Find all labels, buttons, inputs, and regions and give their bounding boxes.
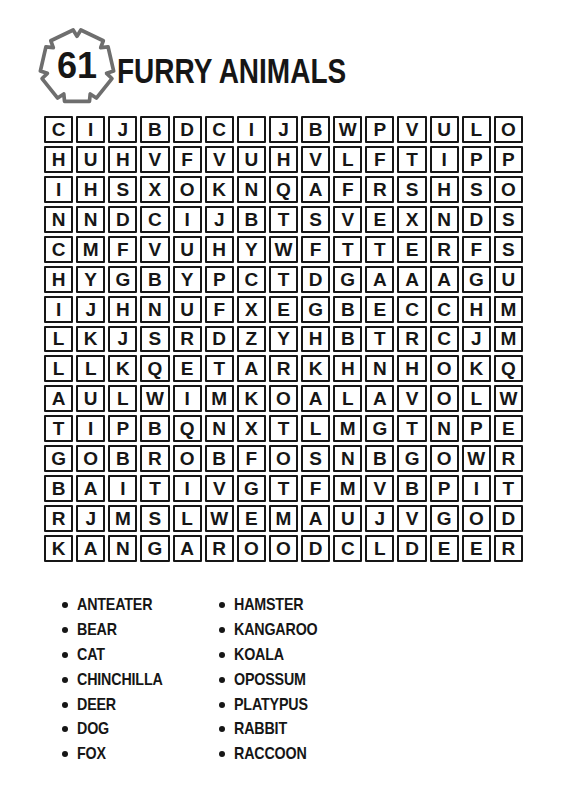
word-label: FOX (77, 744, 106, 764)
grid-cell[interactable]: D (301, 535, 330, 562)
bullet-icon (219, 726, 225, 732)
grid-cell[interactable]: V (397, 505, 426, 532)
bullet-icon (219, 602, 225, 608)
grid-cell[interactable]: B (44, 475, 73, 502)
bullet-icon (219, 751, 225, 757)
grid-cell[interactable]: F (333, 176, 362, 203)
grid-cell[interactable]: R (140, 445, 169, 472)
grid-cell[interactable]: T (333, 236, 362, 263)
grid-cell[interactable]: P (205, 266, 234, 293)
grid-cell[interactable]: L (333, 385, 362, 412)
grid-cell[interactable]: N (430, 415, 459, 442)
grid-cell[interactable]: W (494, 385, 523, 412)
grid-cell[interactable]: B (108, 445, 137, 472)
grid-cell[interactable]: B (333, 296, 362, 323)
grid-cell[interactable]: S (494, 236, 523, 263)
grid-cell[interactable]: B (333, 326, 362, 353)
grid-cell[interactable]: G (333, 266, 362, 293)
word-search-page: 61 FURRY ANIMALS CIJBDCIJBWPVULOHUHVFVUH… (0, 0, 565, 800)
grid-cell[interactable]: F (365, 146, 394, 173)
grid-cell[interactable]: C (430, 326, 459, 353)
grid-cell[interactable]: I (44, 296, 73, 323)
word-label: RACCOON (234, 744, 307, 764)
grid-cell[interactable]: S (494, 206, 523, 233)
grid-cell[interactable]: Q (269, 176, 298, 203)
word-list-column-1: ANTEATERBEARCATCHINCHILLADEERDOGFOX (62, 593, 179, 767)
grid-cell[interactable]: E (269, 296, 298, 323)
grid-cell[interactable]: T (494, 475, 523, 502)
grid-cell[interactable]: C (44, 236, 73, 263)
grid-cell[interactable]: I (173, 206, 202, 233)
grid-cell[interactable]: G (44, 445, 73, 472)
grid-cell[interactable]: A (397, 266, 426, 293)
grid-cell[interactable]: I (44, 176, 73, 203)
bullet-icon (219, 702, 225, 708)
grid-cell[interactable]: V (365, 475, 394, 502)
grid-cell[interactable]: J (462, 326, 491, 353)
grid-cell[interactable]: C (430, 296, 459, 323)
grid-cell[interactable]: J (365, 505, 394, 532)
grid-cell[interactable]: Q (140, 355, 169, 382)
grid-cell[interactable]: E (430, 535, 459, 562)
grid-cell[interactable]: B (365, 445, 394, 472)
grid-cell[interactable]: B (397, 475, 426, 502)
grid-cell[interactable]: U (494, 266, 523, 293)
grid-cell[interactable]: E (462, 535, 491, 562)
grid-cell[interactable]: L (44, 355, 73, 382)
grid-cell[interactable]: N (237, 176, 266, 203)
grid-cell[interactable]: V (397, 385, 426, 412)
grid-cell[interactable]: O (430, 355, 459, 382)
grid-cell[interactable]: K (205, 176, 234, 203)
grid-cell[interactable]: V (205, 146, 234, 173)
grid-cell[interactable]: S (108, 176, 137, 203)
word-list-column-2: HAMSTERKANGAROOKOALAOPOSSUMPLATYPUSRABBI… (219, 593, 333, 767)
word-label: RABBIT (234, 719, 287, 739)
word-label: KANGAROO (234, 620, 318, 640)
grid-cell[interactable]: F (301, 475, 330, 502)
grid-cell[interactable]: L (365, 535, 394, 562)
grid-cell[interactable]: I (76, 116, 105, 143)
grid-cell[interactable]: O (462, 505, 491, 532)
grid-cell[interactable]: H (397, 355, 426, 382)
grid-cell[interactable]: M (108, 505, 137, 532)
word-label: HAMSTER (234, 595, 303, 615)
grid-cell[interactable]: T (205, 355, 234, 382)
word-list-item: FOX (62, 742, 179, 767)
grid-cell[interactable]: B (140, 266, 169, 293)
word-list-item: OPOSSUM (219, 667, 333, 692)
grid-cell[interactable]: A (430, 266, 459, 293)
grid-cell[interactable]: M (333, 475, 362, 502)
grid-cell[interactable]: K (108, 355, 137, 382)
word-list-item: BEAR (62, 618, 179, 643)
grid-cell[interactable]: N (44, 206, 73, 233)
word-label: CAT (77, 645, 105, 665)
word-list-item: RABBIT (219, 717, 333, 742)
word-label: ANTEATER (77, 595, 152, 615)
word-search-grid: CIJBDCIJBWPVULOHUHVFVUHVLFTIPPIHSXOKNQAF… (44, 116, 523, 562)
grid-cell[interactable]: S (301, 445, 330, 472)
grid-cell[interactable]: A (173, 535, 202, 562)
grid-cell[interactable]: T (44, 415, 73, 442)
grid-cell[interactable]: D (173, 116, 202, 143)
puzzle-number-badge: 61 (36, 24, 118, 106)
grid-cell[interactable]: X (237, 296, 266, 323)
grid-cell[interactable]: A (301, 176, 330, 203)
grid-cell[interactable]: O (269, 535, 298, 562)
grid-cell[interactable]: L (76, 355, 105, 382)
grid-cell[interactable]: T (397, 146, 426, 173)
grid-cell[interactable]: O (269, 445, 298, 472)
word-list-item: PLATYPUS (219, 692, 333, 717)
grid-cell[interactable]: G (430, 505, 459, 532)
grid-cell[interactable]: N (365, 355, 394, 382)
grid-cell[interactable]: T (269, 266, 298, 293)
grid-cell[interactable]: U (333, 505, 362, 532)
grid-cell[interactable]: D (301, 266, 330, 293)
grid-cell[interactable]: E (365, 206, 394, 233)
grid-cell[interactable]: G (140, 535, 169, 562)
grid-cell[interactable]: G (365, 415, 394, 442)
grid-cell[interactable]: P (365, 116, 394, 143)
grid-cell[interactable]: R (205, 535, 234, 562)
grid-cell[interactable]: L (333, 146, 362, 173)
word-label: CHINCHILLA (77, 670, 163, 690)
grid-cell[interactable]: F (462, 236, 491, 263)
grid-cell[interactable]: I (430, 146, 459, 173)
grid-cell[interactable]: C (205, 116, 234, 143)
grid-cell[interactable]: K (301, 355, 330, 382)
puzzle-title: FURRY ANIMALS (117, 51, 346, 91)
grid-cell[interactable]: H (430, 176, 459, 203)
grid-cell[interactable]: U (173, 296, 202, 323)
grid-cell[interactable]: J (269, 116, 298, 143)
grid-cell[interactable]: L (173, 505, 202, 532)
grid-cell[interactable]: O (76, 445, 105, 472)
grid-cell[interactable]: G (397, 445, 426, 472)
grid-cell[interactable]: E (237, 505, 266, 532)
grid-cell[interactable]: D (494, 505, 523, 532)
grid-cell[interactable]: I (462, 475, 491, 502)
grid-cell[interactable]: N (333, 445, 362, 472)
grid-cell[interactable]: A (76, 475, 105, 502)
word-label: OPOSSUM (234, 670, 306, 690)
grid-cell[interactable]: M (494, 296, 523, 323)
grid-cell[interactable]: F (205, 296, 234, 323)
grid-cell[interactable]: U (173, 236, 202, 263)
grid-cell[interactable]: N (140, 296, 169, 323)
grid-cell[interactable]: R (269, 355, 298, 382)
bullet-icon (62, 652, 68, 658)
grid-cell[interactable]: R (365, 176, 394, 203)
grid-cell[interactable]: H (44, 266, 73, 293)
grid-cell[interactable]: P (462, 415, 491, 442)
grid-cell[interactable]: Q (494, 355, 523, 382)
grid-cell[interactable]: Z (237, 326, 266, 353)
grid-cell[interactable]: U (237, 146, 266, 173)
heptagon-badge-icon: 61 (36, 24, 118, 106)
grid-cell[interactable]: J (108, 116, 137, 143)
grid-cell[interactable]: W (140, 385, 169, 412)
grid-cell[interactable]: N (430, 206, 459, 233)
grid-cell[interactable]: A (237, 355, 266, 382)
grid-cell[interactable]: R (430, 236, 459, 263)
grid-cell[interactable]: I (76, 415, 105, 442)
bullet-icon (62, 602, 68, 608)
grid-cell[interactable]: R (494, 535, 523, 562)
grid-cell[interactable]: M (333, 415, 362, 442)
grid-cell[interactable]: I (108, 475, 137, 502)
word-list-item: CAT (62, 643, 179, 668)
grid-cell[interactable]: V (397, 116, 426, 143)
bullet-icon (62, 751, 68, 757)
grid-cell[interactable]: B (301, 116, 330, 143)
grid-cell[interactable]: N (108, 535, 137, 562)
grid-cell[interactable]: W (205, 505, 234, 532)
grid-cell[interactable]: L (462, 116, 491, 143)
grid-cell[interactable]: L (44, 326, 73, 353)
grid-cell[interactable]: O (237, 535, 266, 562)
grid-cell[interactable]: H (76, 176, 105, 203)
grid-cell[interactable]: J (205, 206, 234, 233)
bullet-icon (62, 702, 68, 708)
grid-cell[interactable]: S (140, 505, 169, 532)
grid-cell[interactable]: E (173, 355, 202, 382)
grid-cell[interactable]: N (76, 206, 105, 233)
grid-cell[interactable]: J (108, 326, 137, 353)
grid-cell[interactable]: W (269, 236, 298, 263)
grid-cell[interactable]: U (76, 146, 105, 173)
word-list-item: HAMSTER (219, 593, 333, 618)
grid-cell[interactable]: C (397, 296, 426, 323)
grid-cell[interactable]: K (76, 326, 105, 353)
grid-cell[interactable]: F (237, 445, 266, 472)
grid-cell[interactable]: H (269, 146, 298, 173)
grid-cell[interactable]: K (462, 355, 491, 382)
grid-cell[interactable]: S (397, 176, 426, 203)
grid-cell[interactable]: Y (237, 236, 266, 263)
grid-cell[interactable]: L (301, 415, 330, 442)
grid-cell[interactable]: E (397, 236, 426, 263)
grid-cell[interactable]: S (462, 176, 491, 203)
grid-cell[interactable]: T (140, 475, 169, 502)
grid-cell[interactable]: F (301, 236, 330, 263)
grid-cell[interactable]: O (173, 176, 202, 203)
grid-cell[interactable]: U (430, 116, 459, 143)
bullet-icon (62, 627, 68, 633)
grid-cell[interactable]: X (140, 176, 169, 203)
grid-cell[interactable]: R (397, 326, 426, 353)
grid-cell[interactable]: Q (173, 415, 202, 442)
grid-cell[interactable]: A (301, 505, 330, 532)
grid-cell[interactable]: O (494, 176, 523, 203)
grid-cell[interactable]: X (397, 206, 426, 233)
word-label: PLATYPUS (234, 695, 308, 715)
grid-cell[interactable]: B (205, 445, 234, 472)
grid-cell[interactable]: H (301, 326, 330, 353)
grid-cell[interactable]: R (44, 505, 73, 532)
grid-cell[interactable]: D (462, 206, 491, 233)
grid-cell[interactable]: P (430, 475, 459, 502)
word-label: DEER (77, 695, 116, 715)
grid-cell[interactable]: C (333, 535, 362, 562)
puzzle-number: 61 (57, 45, 97, 86)
grid-cell[interactable]: M (76, 236, 105, 263)
grid-cell[interactable]: T (365, 236, 394, 263)
grid-cell[interactable]: D (397, 535, 426, 562)
grid-cell[interactable]: K (237, 385, 266, 412)
grid-cell[interactable]: R (494, 445, 523, 472)
word-list-item: KANGAROO (219, 618, 333, 643)
grid-cell[interactable]: O (173, 445, 202, 472)
grid-cell[interactable]: V (333, 206, 362, 233)
grid-cell[interactable]: D (108, 206, 137, 233)
grid-cell[interactable]: C (44, 116, 73, 143)
grid-cell[interactable]: J (76, 296, 105, 323)
grid-cell[interactable]: M (494, 326, 523, 353)
grid-cell[interactable]: E (365, 296, 394, 323)
word-list-item: DEER (62, 692, 179, 717)
grid-cell[interactable]: A (76, 535, 105, 562)
word-label: BEAR (77, 620, 117, 640)
grid-cell[interactable]: Y (173, 266, 202, 293)
grid-cell[interactable]: C (140, 206, 169, 233)
grid-cell[interactable]: S (301, 206, 330, 233)
grid-cell[interactable]: V (140, 146, 169, 173)
grid-cell[interactable]: P (108, 415, 137, 442)
grid-cell[interactable]: B (237, 206, 266, 233)
grid-cell[interactable]: Y (76, 266, 105, 293)
word-list-item: RACCOON (219, 742, 333, 767)
grid-cell[interactable]: A (365, 266, 394, 293)
grid-cell[interactable]: F (108, 236, 137, 263)
grid-cell[interactable]: H (333, 355, 362, 382)
grid-cell[interactable]: W (462, 445, 491, 472)
grid-cell[interactable]: A (301, 385, 330, 412)
grid-cell[interactable]: V (301, 146, 330, 173)
grid-cell[interactable]: V (205, 475, 234, 502)
word-label: KOALA (234, 645, 284, 665)
grid-cell[interactable]: B (140, 415, 169, 442)
grid-cell[interactable]: A (365, 385, 394, 412)
bullet-icon (219, 627, 225, 633)
grid-cell[interactable]: G (108, 266, 137, 293)
grid-cell[interactable]: I (173, 475, 202, 502)
grid-cell[interactable]: G (301, 296, 330, 323)
grid-cell[interactable]: G (462, 266, 491, 293)
word-list-item: CHINCHILLA (62, 667, 179, 692)
grid-cell[interactable]: W (333, 116, 362, 143)
grid-cell[interactable]: U (76, 385, 105, 412)
grid-cell[interactable]: T (365, 326, 394, 353)
grid-cell[interactable]: R (173, 326, 202, 353)
grid-cell[interactable]: O (494, 116, 523, 143)
grid-cell[interactable]: M (269, 505, 298, 532)
grid-cell[interactable]: T (269, 415, 298, 442)
bullet-icon (62, 726, 68, 732)
grid-cell[interactable]: K (44, 535, 73, 562)
grid-cell[interactable]: P (494, 146, 523, 173)
grid-cell[interactable]: J (76, 505, 105, 532)
grid-cell[interactable]: H (44, 146, 73, 173)
grid-cell[interactable]: G (237, 475, 266, 502)
grid-cell[interactable]: D (205, 326, 234, 353)
grid-cell[interactable]: Y (269, 326, 298, 353)
grid-cell[interactable]: L (108, 385, 137, 412)
grid-cell[interactable]: O (269, 385, 298, 412)
grid-cell[interactable]: I (237, 116, 266, 143)
grid-cell[interactable]: O (430, 385, 459, 412)
grid-cell[interactable]: H (462, 296, 491, 323)
grid-cell[interactable]: T (269, 206, 298, 233)
grid-cell[interactable]: C (237, 266, 266, 293)
grid-cell[interactable]: S (140, 326, 169, 353)
word-list-item: DOG (62, 717, 179, 742)
grid-cell[interactable]: F (173, 146, 202, 173)
word-list-item: KOALA (219, 643, 333, 668)
grid-cell[interactable]: X (237, 415, 266, 442)
grid-cell[interactable]: E (494, 415, 523, 442)
grid-cell[interactable]: T (269, 475, 298, 502)
grid-cell[interactable]: M (205, 385, 234, 412)
grid-cell[interactable]: A (44, 385, 73, 412)
bullet-icon (219, 677, 225, 683)
grid-cell[interactable]: L (462, 385, 491, 412)
bullet-icon (219, 652, 225, 658)
grid-cell[interactable]: T (397, 415, 426, 442)
grid-cell[interactable]: N (205, 415, 234, 442)
grid-cell[interactable]: H (108, 296, 137, 323)
grid-cell[interactable]: P (462, 146, 491, 173)
grid-cell[interactable]: H (205, 236, 234, 263)
grid-cell[interactable]: H (108, 146, 137, 173)
word-list-item: ANTEATER (62, 593, 179, 618)
bullet-icon (62, 677, 68, 683)
grid-cell[interactable]: B (140, 116, 169, 143)
grid-cell[interactable]: V (140, 236, 169, 263)
grid-cell[interactable]: I (173, 385, 202, 412)
word-label: DOG (77, 719, 109, 739)
grid-cell[interactable]: O (430, 445, 459, 472)
